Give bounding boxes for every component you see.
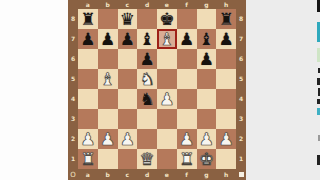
square-a4[interactable] [78,89,98,109]
file-label-bottom-b: b [98,169,118,180]
piece-black-pawn[interactable]: ♟ [137,49,157,69]
piece-black-pawn[interactable]: ♟ [118,29,138,49]
piece-black-king[interactable]: ♚ [157,9,177,29]
piece-black-queen[interactable]: ♛ [118,9,138,29]
square-b2[interactable]: ♟ [98,129,118,149]
file-label-top-a: a [78,0,98,9]
rank-label-left-8: 8 [68,9,78,29]
file-label-bottom-e: e [157,169,177,180]
piece-black-bishop[interactable]: ♝ [197,29,217,49]
square-f7[interactable]: ♟ [177,29,197,49]
chess-board: aabbccddeeffgghh8877665544332211O♜♛♚♜♟♟♟… [68,0,246,180]
rank-label-left-2: 2 [68,129,78,149]
square-g8[interactable] [197,9,217,29]
file-label-top-d: d [137,0,157,9]
rotate-board-icon[interactable]: O [68,169,78,180]
square-a1[interactable]: ♜ [78,149,98,169]
square-c3[interactable] [118,109,138,129]
square-h5[interactable] [216,69,236,89]
file-label-bottom-g: g [197,169,217,180]
piece-white-pawn[interactable]: ♟ [157,89,177,109]
piece-white-queen[interactable]: ♛ [137,149,157,169]
piece-white-pawn[interactable]: ♟ [78,129,98,149]
square-d3[interactable] [137,109,157,129]
square-b1[interactable] [98,149,118,169]
square-e5[interactable] [157,69,177,89]
square-e1[interactable] [157,149,177,169]
square-marker-icon [236,169,246,180]
piece-white-pawn[interactable]: ♟ [118,129,138,149]
piece-black-bishop[interactable]: ♝ [137,29,157,49]
piece-white-bishop[interactable]: ♝ [98,69,118,89]
square-e6[interactable] [157,49,177,69]
rank-label-left-7: 7 [68,29,78,49]
square-d1[interactable]: ♛ [137,149,157,169]
square-g7[interactable]: ♝ [197,29,217,49]
square-d4[interactable]: ♞ [137,89,157,109]
rank-label-left-5: 5 [68,69,78,89]
square-d2[interactable] [137,129,157,149]
square-c6[interactable] [118,49,138,69]
square-e7[interactable]: ♝ [157,29,177,49]
square-d8[interactable] [137,9,157,29]
square-h3[interactable] [216,109,236,129]
square-e2[interactable] [157,129,177,149]
square-b8[interactable] [98,9,118,29]
square-b3[interactable] [98,109,118,129]
square-f5[interactable] [177,69,197,89]
square-f4[interactable] [177,89,197,109]
square-b5[interactable]: ♝ [98,69,118,89]
rank-label-right-8: 8 [236,9,246,29]
rank-label-right-1: 1 [236,149,246,169]
square-g2[interactable]: ♟ [197,129,217,149]
square-c2[interactable]: ♟ [118,129,138,149]
square-f2[interactable]: ♟ [177,129,197,149]
square-c5[interactable] [118,69,138,89]
rank-label-right-4: 4 [236,89,246,109]
square-a2[interactable]: ♟ [78,129,98,149]
square-e4[interactable]: ♟ [157,89,177,109]
piece-white-knight[interactable]: ♞ [137,69,157,89]
square-h8[interactable]: ♜ [216,9,236,29]
square-e3[interactable] [157,109,177,129]
square-a3[interactable] [78,109,98,129]
square-c8[interactable]: ♛ [118,9,138,29]
file-label-top-c: c [118,0,138,9]
square-a6[interactable] [78,49,98,69]
rank-label-left-4: 4 [68,89,78,109]
right-background-panel [246,0,320,180]
square-c1[interactable] [118,149,138,169]
square-g3[interactable] [197,109,217,129]
square-d7[interactable]: ♝ [137,29,157,49]
piece-black-rook[interactable]: ♜ [216,9,236,29]
piece-white-pawn[interactable]: ♟ [197,129,217,149]
piece-white-pawn[interactable]: ♟ [216,129,236,149]
piece-white-bishop[interactable]: ♝ [157,29,177,49]
square-g1[interactable]: ♚ [197,149,217,169]
piece-white-king[interactable]: ♚ [197,149,217,169]
rank-label-left-6: 6 [68,49,78,69]
square-h1[interactable] [216,149,236,169]
file-label-top-b: b [98,0,118,9]
square-b4[interactable] [98,89,118,109]
file-label-bottom-a: a [78,169,98,180]
rank-label-right-6: 6 [236,49,246,69]
square-a8[interactable]: ♜ [78,9,98,29]
rank-label-right-3: 3 [236,109,246,129]
piece-black-pawn[interactable]: ♟ [216,29,236,49]
rank-label-left-1: 1 [68,149,78,169]
file-label-top-h: h [216,0,236,9]
square-f6[interactable] [177,49,197,69]
piece-black-pawn[interactable]: ♟ [197,49,217,69]
square-a5[interactable] [78,69,98,89]
file-label-top-g: g [197,0,217,9]
piece-black-pawn[interactable]: ♟ [177,29,197,49]
file-label-top-f: f [177,0,197,9]
square-h4[interactable] [216,89,236,109]
rank-label-right-2: 2 [236,129,246,149]
file-label-bottom-f: f [177,169,197,180]
square-f1[interactable]: ♜ [177,149,197,169]
piece-white-pawn[interactable]: ♟ [98,129,118,149]
square-h2[interactable]: ♟ [216,129,236,149]
square-g5[interactable] [197,69,217,89]
rank-label-right-5: 5 [236,69,246,89]
piece-black-knight[interactable]: ♞ [137,89,157,109]
file-label-top-e: e [157,0,177,9]
file-label-bottom-h: h [216,169,236,180]
piece-white-pawn[interactable]: ♟ [177,129,197,149]
file-label-bottom-d: d [137,169,157,180]
square-g6[interactable]: ♟ [197,49,217,69]
square-c4[interactable] [118,89,138,109]
rank-label-left-3: 3 [68,109,78,129]
square-a7[interactable]: ♟ [78,29,98,49]
square-d6[interactable]: ♟ [137,49,157,69]
square-b7[interactable]: ♟ [98,29,118,49]
square-b6[interactable] [98,49,118,69]
piece-black-pawn[interactable]: ♟ [98,29,118,49]
file-label-bottom-c: c [118,169,138,180]
square-f3[interactable] [177,109,197,129]
square-e8[interactable]: ♚ [157,9,177,29]
square-h7[interactable]: ♟ [216,29,236,49]
square-g4[interactable] [197,89,217,109]
piece-black-rook[interactable]: ♜ [78,9,98,29]
piece-black-pawn[interactable]: ♟ [78,29,98,49]
square-d5[interactable]: ♞ [137,69,157,89]
square-c7[interactable]: ♟ [118,29,138,49]
rank-label-right-7: 7 [236,29,246,49]
piece-white-rook[interactable]: ♜ [78,149,98,169]
piece-white-rook[interactable]: ♜ [177,149,197,169]
square-h6[interactable] [216,49,236,69]
square-f8[interactable] [177,9,197,29]
